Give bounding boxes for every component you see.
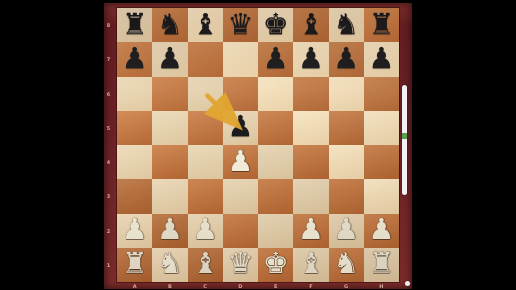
- file-label-d: D: [223, 282, 258, 289]
- piece-white-rook[interactable]: ♜: [368, 249, 394, 278]
- file-label-a: A: [117, 282, 152, 289]
- square-e6[interactable]: [258, 77, 293, 111]
- rank-label-8: 8: [104, 8, 117, 42]
- square-a1[interactable]: ♜: [117, 248, 152, 282]
- square-g2[interactable]: ♟: [329, 214, 364, 248]
- piece-black-pawn[interactable]: ♟: [227, 112, 253, 141]
- page-background: 87654321 ♜♞♝♛♚♝♞♜♟♟♟♟♟♟♟♟♟♟♟♟♟♟♜♞♝♛♚♝♞♜ …: [0, 0, 516, 290]
- file-labels: ABCDEFGH: [117, 282, 399, 289]
- square-h5[interactable]: [364, 111, 399, 145]
- square-d8[interactable]: ♛: [223, 8, 258, 42]
- piece-black-pawn[interactable]: ♟: [298, 44, 324, 73]
- piece-black-knight[interactable]: ♞: [333, 10, 359, 39]
- square-b8[interactable]: ♞: [152, 8, 187, 42]
- square-e8[interactable]: ♚: [258, 8, 293, 42]
- square-a5[interactable]: [117, 111, 152, 145]
- piece-white-queen[interactable]: ♛: [227, 249, 253, 278]
- corner-dot-icon: [405, 281, 410, 286]
- square-b1[interactable]: ♞: [152, 248, 187, 282]
- chess-board: 87654321 ♜♞♝♛♚♝♞♜♟♟♟♟♟♟♟♟♟♟♟♟♟♟♜♞♝♛♚♝♞♜ …: [104, 3, 412, 289]
- square-b4[interactable]: [152, 145, 187, 179]
- piece-white-knight[interactable]: ♞: [157, 249, 183, 278]
- square-e5[interactable]: [258, 111, 293, 145]
- square-g1[interactable]: ♞: [329, 248, 364, 282]
- piece-black-bishop[interactable]: ♝: [298, 10, 324, 39]
- square-c6[interactable]: [188, 77, 223, 111]
- square-e2[interactable]: [258, 214, 293, 248]
- file-label-g: G: [329, 282, 364, 289]
- file-label-b: B: [152, 282, 187, 289]
- piece-white-pawn[interactable]: ♟: [122, 215, 148, 244]
- piece-black-pawn[interactable]: ♟: [333, 44, 359, 73]
- square-f1[interactable]: ♝: [293, 248, 328, 282]
- square-h8[interactable]: ♜: [364, 8, 399, 42]
- piece-black-rook[interactable]: ♜: [122, 10, 148, 39]
- square-f8[interactable]: ♝: [293, 8, 328, 42]
- square-f5[interactable]: [293, 111, 328, 145]
- square-h2[interactable]: ♟: [364, 214, 399, 248]
- piece-white-knight[interactable]: ♞: [333, 249, 359, 278]
- file-label-e: E: [258, 282, 293, 289]
- square-d7[interactable]: [223, 42, 258, 76]
- rank-label-7: 7: [104, 42, 117, 76]
- square-a6[interactable]: [117, 77, 152, 111]
- piece-white-pawn[interactable]: ♟: [227, 147, 253, 176]
- piece-black-bishop[interactable]: ♝: [192, 10, 218, 39]
- square-g3[interactable]: [329, 179, 364, 213]
- square-g7[interactable]: ♟: [329, 42, 364, 76]
- file-label-c: C: [188, 282, 223, 289]
- square-e4[interactable]: [258, 145, 293, 179]
- square-h6[interactable]: [364, 77, 399, 111]
- piece-black-queen[interactable]: ♛: [227, 10, 253, 39]
- square-b2[interactable]: ♟: [152, 214, 187, 248]
- rank-label-4: 4: [104, 145, 117, 179]
- square-b3[interactable]: [152, 179, 187, 213]
- piece-black-king[interactable]: ♚: [263, 10, 289, 39]
- square-d2[interactable]: [223, 214, 258, 248]
- eval-tick: [402, 133, 407, 139]
- rank-labels: 87654321: [104, 8, 117, 282]
- piece-black-pawn[interactable]: ♟: [263, 44, 289, 73]
- square-c1[interactable]: ♝: [188, 248, 223, 282]
- square-g4[interactable]: [329, 145, 364, 179]
- square-a3[interactable]: [117, 179, 152, 213]
- square-c8[interactable]: ♝: [188, 8, 223, 42]
- piece-white-pawn[interactable]: ♟: [333, 215, 359, 244]
- square-h1[interactable]: ♜: [364, 248, 399, 282]
- square-e3[interactable]: [258, 179, 293, 213]
- piece-white-king[interactable]: ♚: [263, 249, 289, 278]
- rank-label-6: 6: [104, 77, 117, 111]
- square-f3[interactable]: [293, 179, 328, 213]
- square-d5[interactable]: ♟: [223, 111, 258, 145]
- square-a4[interactable]: [117, 145, 152, 179]
- square-d6[interactable]: [223, 77, 258, 111]
- piece-white-rook[interactable]: ♜: [122, 249, 148, 278]
- square-c3[interactable]: [188, 179, 223, 213]
- square-h3[interactable]: [364, 179, 399, 213]
- piece-black-pawn[interactable]: ♟: [157, 44, 183, 73]
- piece-black-pawn[interactable]: ♟: [122, 44, 148, 73]
- square-f4[interactable]: [293, 145, 328, 179]
- rank-label-1: 1: [104, 248, 117, 282]
- square-c4[interactable]: [188, 145, 223, 179]
- square-f2[interactable]: ♟: [293, 214, 328, 248]
- square-d1[interactable]: ♛: [223, 248, 258, 282]
- square-e7[interactable]: ♟: [258, 42, 293, 76]
- square-c5[interactable]: [188, 111, 223, 145]
- piece-black-rook[interactable]: ♜: [368, 10, 394, 39]
- square-d3[interactable]: [223, 179, 258, 213]
- square-d4[interactable]: ♟: [223, 145, 258, 179]
- piece-white-pawn[interactable]: ♟: [368, 215, 394, 244]
- piece-white-bishop[interactable]: ♝: [192, 249, 218, 278]
- piece-white-bishop[interactable]: ♝: [298, 249, 324, 278]
- square-f6[interactable]: [293, 77, 328, 111]
- square-a8[interactable]: ♜: [117, 8, 152, 42]
- square-g8[interactable]: ♞: [329, 8, 364, 42]
- square-a2[interactable]: ♟: [117, 214, 152, 248]
- square-b6[interactable]: [152, 77, 187, 111]
- piece-white-pawn[interactable]: ♟: [192, 215, 218, 244]
- board-grid[interactable]: ♜♞♝♛♚♝♞♜♟♟♟♟♟♟♟♟♟♟♟♟♟♟♜♞♝♛♚♝♞♜: [117, 8, 399, 282]
- file-label-h: H: [364, 282, 399, 289]
- piece-black-knight[interactable]: ♞: [157, 10, 183, 39]
- file-label-f: F: [293, 282, 328, 289]
- square-g6[interactable]: [329, 77, 364, 111]
- piece-white-pawn[interactable]: ♟: [157, 215, 183, 244]
- rank-label-5: 5: [104, 111, 117, 145]
- square-h4[interactable]: [364, 145, 399, 179]
- square-f7[interactable]: ♟: [293, 42, 328, 76]
- piece-black-pawn[interactable]: ♟: [368, 44, 394, 73]
- rank-label-3: 3: [104, 179, 117, 213]
- square-e1[interactable]: ♚: [258, 248, 293, 282]
- square-h7[interactable]: ♟: [364, 42, 399, 76]
- square-b7[interactable]: ♟: [152, 42, 187, 76]
- square-b5[interactable]: [152, 111, 187, 145]
- square-g5[interactable]: [329, 111, 364, 145]
- rank-label-2: 2: [104, 214, 117, 248]
- square-c7[interactable]: [188, 42, 223, 76]
- square-c2[interactable]: ♟: [188, 214, 223, 248]
- piece-white-pawn[interactable]: ♟: [298, 215, 324, 244]
- eval-bar[interactable]: [402, 85, 407, 195]
- square-a7[interactable]: ♟: [117, 42, 152, 76]
